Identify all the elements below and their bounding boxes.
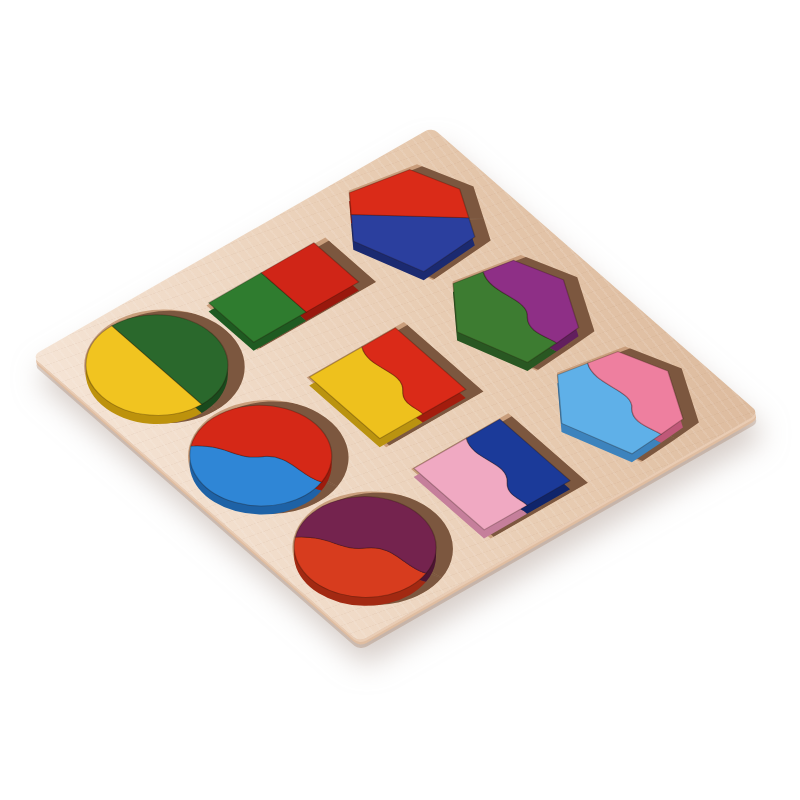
photo-scene — [0, 0, 800, 800]
puzzle-board — [32, 127, 759, 642]
board-shadow-wrap — [0, 0, 800, 800]
